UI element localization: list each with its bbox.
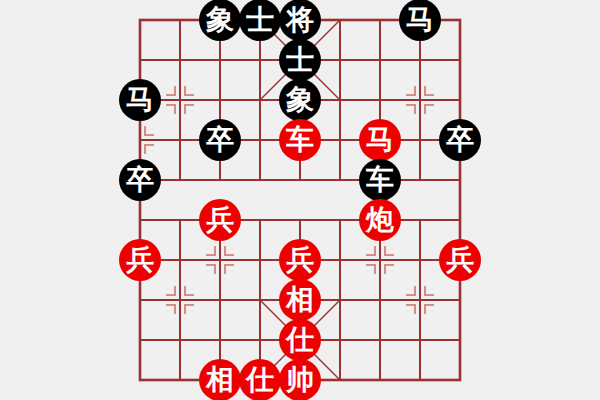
piece-black-advisor[interactable]: 士 [279,39,321,81]
piece-black-pawn[interactable]: 卒 [439,119,481,161]
piece-red-pawn[interactable]: 兵 [439,239,481,281]
piece-red-elephant[interactable]: 相 [199,359,241,400]
piece-red-cannon[interactable]: 炮 [359,199,401,241]
piece-red-chariot[interactable]: 车 [279,119,321,161]
piece-red-horse[interactable]: 马 [359,119,401,161]
piece-red-pawn[interactable]: 兵 [279,239,321,281]
piece-black-advisor[interactable]: 士 [239,0,281,41]
piece-red-elephant[interactable]: 相 [279,279,321,321]
piece-red-pawn[interactable]: 兵 [199,199,241,241]
piece-black-horse[interactable]: 马 [119,79,161,121]
pieces-layer: 象士将马士马象卒车马卒卒车兵炮兵兵兵相仕相仕帅 [120,0,480,400]
piece-black-elephant[interactable]: 象 [279,79,321,121]
piece-red-pawn[interactable]: 兵 [119,239,161,281]
xiangqi-app: 象士将马士马象卒车马卒卒车兵炮兵兵兵相仕相仕帅 [0,0,600,400]
piece-black-elephant[interactable]: 象 [199,0,241,41]
piece-black-general[interactable]: 将 [279,0,321,41]
piece-red-advisor[interactable]: 仕 [279,319,321,361]
piece-black-pawn[interactable]: 卒 [119,159,161,201]
piece-black-pawn[interactable]: 卒 [199,119,241,161]
piece-black-horse[interactable]: 马 [399,0,441,41]
piece-black-chariot[interactable]: 车 [359,159,401,201]
piece-red-general[interactable]: 帅 [279,359,321,400]
piece-red-advisor[interactable]: 仕 [239,359,281,400]
